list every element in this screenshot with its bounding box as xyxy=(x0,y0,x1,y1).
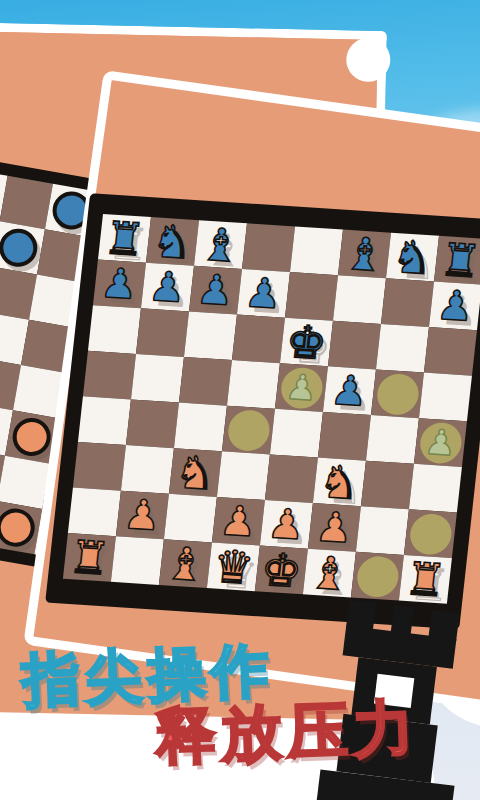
board-cell[interactable]: ♟ xyxy=(275,363,328,412)
board-cell[interactable]: ♟ xyxy=(237,269,290,318)
board-cell[interactable] xyxy=(88,305,141,354)
board-cell[interactable]: ♟ xyxy=(323,366,376,415)
orange-bishop: ♝ xyxy=(163,541,208,588)
board-cell[interactable] xyxy=(290,226,343,275)
blue-bishop: ♝ xyxy=(198,221,243,268)
board-cell[interactable]: ♞ xyxy=(386,233,439,282)
board-cell[interactable]: ♝ xyxy=(338,230,391,279)
board-cell[interactable] xyxy=(217,451,270,500)
orange-king: ♚ xyxy=(259,547,304,594)
board-cell[interactable] xyxy=(83,351,136,400)
orange-pawn: ♟ xyxy=(122,494,163,537)
board-cell[interactable]: ♟ xyxy=(212,497,265,546)
blue-pawn: ♟ xyxy=(435,285,476,328)
board-cell[interactable] xyxy=(270,409,323,458)
board-cell[interactable] xyxy=(184,311,237,360)
board-cell[interactable]: ♟ xyxy=(260,500,313,549)
orange-knight: ♞ xyxy=(173,449,218,496)
board-cell[interactable] xyxy=(318,412,371,461)
blue-pawn: ♟ xyxy=(99,263,140,306)
board-cell[interactable] xyxy=(381,278,434,327)
board-cell[interactable]: ♟ xyxy=(189,266,242,315)
board-cell[interactable] xyxy=(136,308,189,357)
board-cell[interactable]: ♚ xyxy=(255,546,308,595)
orange-knight: ♞ xyxy=(317,459,362,506)
board-cell[interactable] xyxy=(419,373,472,422)
board-cell[interactable] xyxy=(179,357,232,406)
board-cell[interactable] xyxy=(126,399,179,448)
board-cell[interactable]: ♝ xyxy=(194,220,247,269)
card-notch xyxy=(346,37,391,82)
board-cell[interactable] xyxy=(356,506,409,555)
background-board-cell xyxy=(0,176,53,229)
board-cell[interactable]: ♝ xyxy=(303,549,356,598)
app-screen: ♜♞♝♝♞♜♟♟♟♟♟♚♟♟♟♞♞♟♟♟♟♜♝♛♚♝♜ 指尖操作 释放压力 xyxy=(0,0,480,800)
board-cell[interactable] xyxy=(404,509,457,558)
orange-queen: ♛ xyxy=(211,544,256,591)
board-cell[interactable] xyxy=(174,403,227,452)
orange-disc-piece xyxy=(0,506,38,550)
board-cell[interactable] xyxy=(285,272,338,321)
blue-pawn: ♟ xyxy=(195,269,236,312)
move-hint-dot[interactable] xyxy=(408,513,453,556)
board-cell[interactable]: ♜ xyxy=(63,533,116,582)
board-cell[interactable]: ♟ xyxy=(93,260,146,309)
blue-king: ♚ xyxy=(284,319,329,366)
board-cell[interactable]: ♞ xyxy=(146,217,199,266)
board-cell[interactable]: ♞ xyxy=(313,458,366,507)
board-cell[interactable] xyxy=(164,494,217,543)
orange-pawn: ♟ xyxy=(218,500,259,543)
blue-rook: ♜ xyxy=(438,237,480,284)
board-cell[interactable] xyxy=(222,406,275,455)
board-cell[interactable]: ♟ xyxy=(308,503,361,552)
orange-rook: ♜ xyxy=(67,534,112,581)
board-cell[interactable]: ♟ xyxy=(429,281,480,330)
orange-rook: ♜ xyxy=(403,556,448,603)
board-cell[interactable] xyxy=(333,275,386,324)
move-hint-dot[interactable] xyxy=(375,373,420,416)
board-cell[interactable] xyxy=(227,360,280,409)
board-cell[interactable] xyxy=(328,321,381,370)
board-cell[interactable]: ♟ xyxy=(141,263,194,312)
board-cell[interactable] xyxy=(409,464,462,513)
move-hint-dot[interactable] xyxy=(355,555,400,598)
move-hint-dot[interactable] xyxy=(226,409,271,452)
blue-pawn: ♟ xyxy=(243,272,284,315)
blue-rook: ♜ xyxy=(102,215,147,262)
board-cell[interactable]: ♟ xyxy=(116,491,169,540)
board-cell[interactable]: ♝ xyxy=(159,539,212,588)
tagline-line2: 释放压力 xyxy=(154,697,420,767)
board-cell[interactable]: ♟ xyxy=(414,418,467,467)
board-cell[interactable] xyxy=(73,442,126,491)
ghost-pawn-icon: ♟ xyxy=(284,370,319,407)
ghost-pawn-icon: ♟ xyxy=(423,425,458,462)
board-cell[interactable]: ♜ xyxy=(98,214,151,263)
board-cell[interactable]: ♚ xyxy=(280,318,333,367)
board-cell[interactable] xyxy=(376,324,429,373)
capture-hint-circle[interactable]: ♟ xyxy=(418,421,463,464)
board-cell[interactable]: ♛ xyxy=(207,542,260,591)
board-cell[interactable]: ♜ xyxy=(434,236,480,285)
orange-bishop: ♝ xyxy=(307,550,352,597)
orange-pawn: ♟ xyxy=(314,506,355,549)
board-cell[interactable] xyxy=(371,369,424,418)
blue-bishop: ♝ xyxy=(342,231,387,278)
blue-knight: ♞ xyxy=(150,218,195,265)
board-cell[interactable] xyxy=(366,415,419,464)
blue-knight: ♞ xyxy=(390,234,435,281)
board-cell[interactable] xyxy=(424,327,477,376)
blue-disc-piece xyxy=(0,226,40,270)
board-cell[interactable] xyxy=(242,223,295,272)
capture-hint-circle[interactable]: ♟ xyxy=(279,366,324,409)
board-cell[interactable] xyxy=(232,315,285,364)
board-cell[interactable] xyxy=(361,461,414,510)
board-cell[interactable] xyxy=(78,396,131,445)
board-cell[interactable]: ♜ xyxy=(399,555,452,604)
blue-pawn: ♟ xyxy=(329,370,370,413)
blue-pawn: ♟ xyxy=(147,266,188,309)
main-board-grid: ♜♞♝♝♞♜♟♟♟♟♟♚♟♟♟♞♞♟♟♟♟♜♝♛♚♝♜ xyxy=(63,214,480,604)
board-cell[interactable] xyxy=(121,445,174,494)
board-cell[interactable]: ♞ xyxy=(169,448,222,497)
orange-pawn: ♟ xyxy=(266,503,307,546)
board-cell[interactable] xyxy=(111,536,164,585)
board-cell[interactable] xyxy=(351,552,404,601)
board-cell[interactable] xyxy=(131,354,184,403)
orange-disc-piece xyxy=(10,415,54,459)
board-cell[interactable] xyxy=(265,454,318,503)
board-cell[interactable] xyxy=(68,488,121,537)
